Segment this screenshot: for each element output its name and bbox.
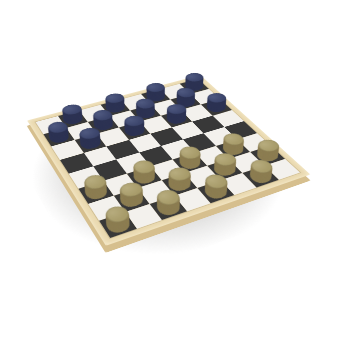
checker-piece-gold[interactable]	[103, 214, 133, 235]
board-stage	[27, 75, 310, 246]
checker-piece-gold[interactable]	[201, 182, 230, 200]
checker-piece-gold[interactable]	[153, 198, 183, 218]
checkers-product-photo	[0, 0, 340, 340]
